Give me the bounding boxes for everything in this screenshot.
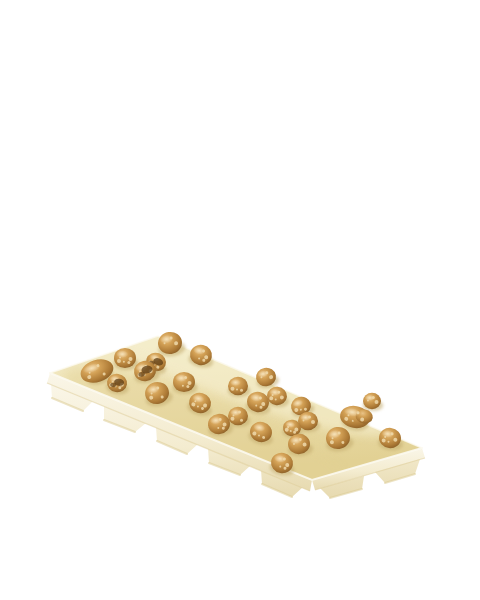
chocolate-bar	[47, 289, 425, 510]
product-photo	[0, 0, 480, 600]
hazelnut-speckle	[186, 385, 189, 388]
hazelnut-speckle	[123, 361, 125, 363]
hazelnut-speckle	[372, 396, 375, 399]
hazelnut-speckle	[184, 376, 187, 379]
hazelnut-speckle	[231, 387, 235, 391]
hazelnut-speckle	[303, 420, 305, 422]
hazelnut-speckle	[367, 400, 369, 402]
hazelnut-speckle	[188, 381, 192, 385]
hazelnut-speckle	[308, 416, 311, 419]
hazelnut-speckle	[233, 415, 235, 417]
hazelnut-speckle	[236, 389, 238, 391]
hazelnut-speckle	[240, 389, 243, 392]
hazelnut	[363, 393, 384, 411]
hazelnut-gloss	[116, 350, 128, 357]
hazelnut-speckle	[238, 411, 241, 414]
hazelnut-speckle	[127, 361, 130, 364]
hazelnut-speckle	[119, 356, 121, 358]
chocolate-bar-image	[0, 0, 480, 600]
hazelnut-gloss	[230, 379, 241, 386]
hazelnut-speckle	[240, 419, 243, 422]
hazelnut-speckle	[311, 420, 315, 424]
hazelnut-speckle	[129, 357, 133, 361]
hazelnut-speckle	[375, 400, 379, 404]
hazelnut-speckle	[182, 385, 184, 387]
hazelnut-speckle	[117, 359, 121, 363]
hazelnut-speckle	[231, 417, 235, 421]
